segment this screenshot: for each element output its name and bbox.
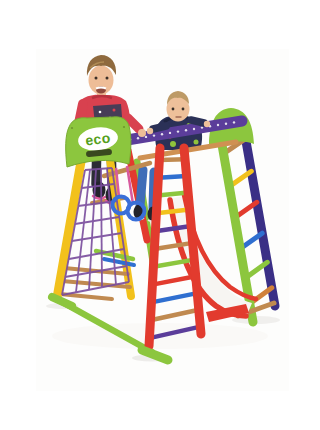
toddler-eye — [182, 108, 185, 111]
print-detail — [99, 111, 102, 114]
eco-logo-panel: eco — [66, 117, 131, 167]
product-photo: eco — [0, 0, 320, 430]
toddler-hand — [204, 121, 210, 127]
toddler-hand — [147, 128, 153, 134]
older-child-teeth — [96, 88, 106, 89]
panel-screw — [71, 127, 73, 129]
eco-logo-text: eco — [84, 129, 111, 148]
older-child-eye — [106, 77, 109, 80]
toddler-eye — [172, 108, 175, 111]
print-detail — [113, 109, 116, 112]
play-gym-illustration: eco — [0, 0, 320, 430]
jacket-spot — [194, 140, 199, 145]
older-child-hand — [138, 129, 146, 137]
jacket-spot — [170, 141, 176, 147]
panel-screw — [123, 126, 125, 128]
older-child-eye — [95, 77, 98, 80]
